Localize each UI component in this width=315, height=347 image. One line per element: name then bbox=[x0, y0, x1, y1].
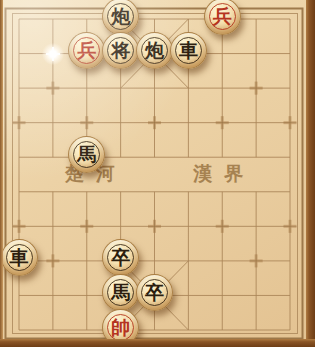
black-cannon-glyph: 炮 bbox=[111, 6, 130, 25]
board-edge-left bbox=[0, 0, 3, 347]
red-soldier-glyph: 兵 bbox=[77, 41, 96, 60]
piece-black-chariot[interactable]: 車 bbox=[1, 239, 38, 276]
black-chariot-glyph: 車 bbox=[10, 248, 29, 267]
black-horse-glyph: 馬 bbox=[77, 144, 96, 163]
red-soldier-glyph: 兵 bbox=[213, 6, 232, 25]
red-general-glyph: 帥 bbox=[111, 317, 130, 336]
river-label-right: 漢界 bbox=[192, 162, 255, 184]
board-edge-right bbox=[306, 0, 315, 347]
black-chariot-glyph: 車 bbox=[179, 41, 198, 60]
piece-black-chariot[interactable]: 車 bbox=[170, 32, 207, 69]
piece-red-soldier[interactable]: 兵 bbox=[204, 0, 241, 35]
piece-black-general[interactable]: 将 bbox=[102, 32, 139, 69]
black-soldier-glyph: 卒 bbox=[145, 282, 164, 301]
piece-black-cannon[interactable]: 炮 bbox=[136, 32, 173, 69]
piece-black-horse[interactable]: 馬 bbox=[102, 274, 139, 311]
black-general-glyph: 将 bbox=[111, 41, 130, 60]
piece-black-cannon[interactable]: 炮 bbox=[102, 0, 139, 35]
black-horse-glyph: 馬 bbox=[111, 282, 130, 301]
black-cannon-glyph: 炮 bbox=[145, 41, 164, 60]
xiangqi-game-screen: 楚河 漢界 炮兵兵将炮車馬車卒馬卒帥 bbox=[0, 0, 315, 347]
piece-black-horse[interactable]: 馬 bbox=[68, 136, 105, 173]
board-edge-bottom bbox=[0, 339, 315, 347]
black-soldier-glyph: 卒 bbox=[111, 248, 130, 267]
piece-black-soldier[interactable]: 卒 bbox=[136, 274, 173, 311]
